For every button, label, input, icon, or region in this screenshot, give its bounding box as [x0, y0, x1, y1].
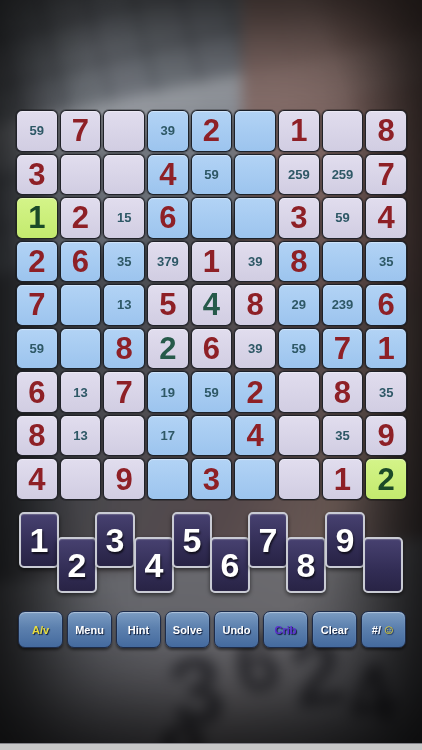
cell-r1c7[interactable]: 1	[278, 110, 320, 152]
button-label: Solve	[173, 624, 202, 636]
digit: 7	[28, 289, 45, 320]
candidate-marks: 39	[161, 124, 175, 137]
cell-r8c8[interactable]: 35	[322, 415, 364, 457]
cell-r9c1[interactable]: 4	[16, 458, 58, 500]
cell-r4c8[interactable]	[322, 241, 364, 283]
digit: 4	[378, 202, 395, 233]
candidate-marks: 15	[117, 211, 131, 224]
candidate-marks: 35	[379, 386, 393, 399]
cell-r7c2[interactable]: 13	[60, 371, 102, 413]
digit: 8	[334, 377, 351, 408]
digit: 8	[247, 289, 264, 320]
cell-r8c3[interactable]	[103, 415, 145, 457]
candidate-marks: 39	[248, 255, 262, 268]
cell-r4c2[interactable]: 6	[60, 241, 102, 283]
symbols-smiley-button[interactable]: #/☺	[361, 611, 406, 648]
cell-r6c7[interactable]: 59	[278, 328, 320, 370]
hint-button[interactable]: Hint	[116, 611, 161, 648]
cell-r6c6[interactable]: 39	[234, 328, 276, 370]
candidate-marks: 59	[204, 386, 218, 399]
cell-r9c8[interactable]: 1	[322, 458, 364, 500]
candidate-marks: 19	[161, 386, 175, 399]
digit: 9	[116, 464, 133, 495]
cell-r6c3[interactable]: 8	[103, 328, 145, 370]
cell-r4c9[interactable]: 35	[365, 241, 407, 283]
cell-r6c2[interactable]	[60, 328, 102, 370]
candidate-marks: 59	[335, 211, 349, 224]
cell-r2c3[interactable]	[103, 154, 145, 196]
digit: 7	[116, 377, 133, 408]
cell-r7c5[interactable]: 59	[191, 371, 233, 413]
cell-r3c1[interactable]: 1	[16, 197, 58, 239]
candidate-marks: 379	[157, 255, 179, 268]
cell-r3c3[interactable]: 15	[103, 197, 145, 239]
button-label: Menu	[75, 624, 104, 636]
digit: 4	[203, 289, 220, 320]
number-tile-blank[interactable]	[363, 537, 403, 593]
cell-r7c6[interactable]: 2	[234, 371, 276, 413]
number-tile-8[interactable]: 8	[286, 537, 326, 593]
av-toggle-button[interactable]: A/v	[18, 611, 63, 648]
digit: 6	[159, 202, 176, 233]
digit: 7	[72, 115, 89, 146]
cell-r8c5[interactable]	[191, 415, 233, 457]
cell-r7c1[interactable]: 6	[16, 371, 58, 413]
digit: 6	[72, 246, 89, 277]
number-tile-6[interactable]: 6	[210, 537, 250, 593]
digit: 3	[290, 202, 307, 233]
candidate-marks: 259	[332, 168, 354, 181]
button-label: Crib	[275, 624, 297, 636]
cell-r9c3[interactable]: 9	[103, 458, 145, 500]
cell-r4c5[interactable]: 1	[191, 241, 233, 283]
cell-r2c5[interactable]: 59	[191, 154, 233, 196]
cell-r5c3[interactable]: 13	[103, 284, 145, 326]
digit: 6	[28, 377, 45, 408]
cell-r3c2[interactable]: 2	[60, 197, 102, 239]
digit: 1	[378, 333, 395, 364]
digit: 7	[378, 159, 395, 190]
cell-r4c7[interactable]: 8	[278, 241, 320, 283]
cell-r3c7[interactable]: 3	[278, 197, 320, 239]
cell-r6c8[interactable]: 7	[322, 328, 364, 370]
digit: 3	[203, 464, 220, 495]
digit: 4	[28, 464, 45, 495]
candidate-marks: 259	[288, 168, 310, 181]
cell-r1c2[interactable]: 7	[60, 110, 102, 152]
cell-r9c2[interactable]	[60, 458, 102, 500]
cell-r2c2[interactable]	[60, 154, 102, 196]
digit: 6	[378, 289, 395, 320]
crib-button[interactable]: Crib	[263, 611, 308, 648]
cell-r5c4[interactable]: 5	[147, 284, 189, 326]
cell-r4c6[interactable]: 39	[234, 241, 276, 283]
candidate-marks: 35	[379, 255, 393, 268]
button-label: Undo	[222, 624, 250, 636]
candidate-marks: 13	[73, 429, 87, 442]
cell-r8c2[interactable]: 13	[60, 415, 102, 457]
cell-r1c8[interactable]	[322, 110, 364, 152]
digit: 2	[72, 202, 89, 233]
cell-r7c3[interactable]: 7	[103, 371, 145, 413]
cell-r1c4[interactable]: 39	[147, 110, 189, 152]
cell-r9c6[interactable]	[234, 458, 276, 500]
cell-r9c9[interactable]: 2	[365, 458, 407, 500]
candidate-marks: 13	[73, 386, 87, 399]
cell-r9c4[interactable]	[147, 458, 189, 500]
cell-r4c3[interactable]: 35	[103, 241, 145, 283]
number-tile-2[interactable]: 2	[57, 537, 97, 593]
candidate-marks: 17	[161, 429, 175, 442]
number-tile-9[interactable]: 9	[325, 512, 365, 568]
cell-r2c8[interactable]: 259	[322, 154, 364, 196]
digit: 7	[334, 333, 351, 364]
menu-button[interactable]: Menu	[67, 611, 112, 648]
digit: 2	[28, 246, 45, 277]
button-label: A/v	[32, 624, 49, 636]
digit: 8	[28, 420, 45, 451]
cell-r2c4[interactable]: 4	[147, 154, 189, 196]
cell-r5c9[interactable]: 6	[365, 284, 407, 326]
digit: 4	[247, 420, 264, 451]
candidate-marks: 39	[248, 342, 262, 355]
cell-r5c5[interactable]: 4	[191, 284, 233, 326]
cell-r8c9[interactable]: 9	[365, 415, 407, 457]
candidate-marks: 59	[204, 168, 218, 181]
cell-r3c9[interactable]: 4	[365, 197, 407, 239]
cell-r6c9[interactable]: 1	[365, 328, 407, 370]
cell-r8c1[interactable]: 8	[16, 415, 58, 457]
cell-r7c4[interactable]: 19	[147, 371, 189, 413]
digit: 2	[378, 464, 395, 495]
digit: 1	[28, 202, 45, 233]
cell-r5c6[interactable]: 8	[234, 284, 276, 326]
cell-r7c8[interactable]: 8	[322, 371, 364, 413]
candidate-marks: 35	[117, 255, 131, 268]
cell-r1c1[interactable]: 59	[16, 110, 58, 152]
cell-r7c9[interactable]: 35	[365, 371, 407, 413]
digit: 8	[290, 246, 307, 277]
digit: 1	[203, 246, 220, 277]
cell-r2c9[interactable]: 7	[365, 154, 407, 196]
number-tile-7[interactable]: 7	[248, 512, 288, 568]
cell-r6c4[interactable]: 2	[147, 328, 189, 370]
solve-button[interactable]: Solve	[165, 611, 210, 648]
number-tile-1[interactable]: 1	[19, 512, 59, 568]
smiley-icon: ☺	[382, 622, 395, 637]
candidate-marks: 13	[117, 298, 131, 311]
cell-r3c4[interactable]: 6	[147, 197, 189, 239]
cell-r4c4[interactable]: 379	[147, 241, 189, 283]
digit: 8	[116, 333, 133, 364]
cell-r5c1[interactable]: 7	[16, 284, 58, 326]
digit: 1	[290, 115, 307, 146]
digit: 1	[334, 464, 351, 495]
cell-r3c8[interactable]: 59	[322, 197, 364, 239]
cell-r8c7[interactable]	[278, 415, 320, 457]
candidate-marks: 29	[292, 298, 306, 311]
digit: 6	[203, 333, 220, 364]
candidate-marks: 59	[30, 342, 44, 355]
cell-r8c6[interactable]: 4	[234, 415, 276, 457]
candidate-marks: 35	[335, 429, 349, 442]
cell-r9c7[interactable]	[278, 458, 320, 500]
sudoku-board: 5973921834592592597121563594263537913983…	[16, 110, 407, 500]
cell-r8c4[interactable]: 17	[147, 415, 189, 457]
button-label: Clear	[321, 624, 349, 636]
cell-r3c6[interactable]	[234, 197, 276, 239]
cell-r5c7[interactable]: 29	[278, 284, 320, 326]
undo-button[interactable]: Undo	[214, 611, 259, 648]
digit: 3	[28, 159, 45, 190]
button-label: #/	[372, 624, 381, 636]
cell-r2c6[interactable]	[234, 154, 276, 196]
cell-r3c5[interactable]	[191, 197, 233, 239]
cell-r1c6[interactable]	[234, 110, 276, 152]
digit: 2	[247, 377, 264, 408]
number-tile-3[interactable]: 3	[95, 512, 135, 568]
cell-r5c2[interactable]	[60, 284, 102, 326]
cell-r5c8[interactable]: 239	[322, 284, 364, 326]
cell-r1c3[interactable]	[103, 110, 145, 152]
sudoku-app-screen: 3 6 2 4 8 597392183459259259712156359426…	[0, 0, 422, 750]
candidate-marks: 59	[30, 124, 44, 137]
candidate-marks: 59	[292, 342, 306, 355]
number-tile-5[interactable]: 5	[172, 512, 212, 568]
digit: 5	[159, 289, 176, 320]
cell-r6c1[interactable]: 59	[16, 328, 58, 370]
candidate-marks: 239	[332, 298, 354, 311]
digit: 8	[378, 115, 395, 146]
clear-button[interactable]: Clear	[312, 611, 357, 648]
cell-r9c5[interactable]: 3	[191, 458, 233, 500]
bottom-edge-strip	[0, 743, 422, 750]
digit: 4	[159, 159, 176, 190]
digit: 2	[159, 333, 176, 364]
digit: 9	[378, 420, 395, 451]
cell-r4c1[interactable]: 2	[16, 241, 58, 283]
cell-r1c9[interactable]: 8	[365, 110, 407, 152]
digit: 2	[203, 115, 220, 146]
cell-r2c1[interactable]: 3	[16, 154, 58, 196]
cell-r1c5[interactable]: 2	[191, 110, 233, 152]
cell-r7c7[interactable]	[278, 371, 320, 413]
cell-r2c7[interactable]: 259	[278, 154, 320, 196]
button-label: Hint	[128, 624, 149, 636]
cell-r6c5[interactable]: 6	[191, 328, 233, 370]
number-tile-4[interactable]: 4	[134, 537, 174, 593]
